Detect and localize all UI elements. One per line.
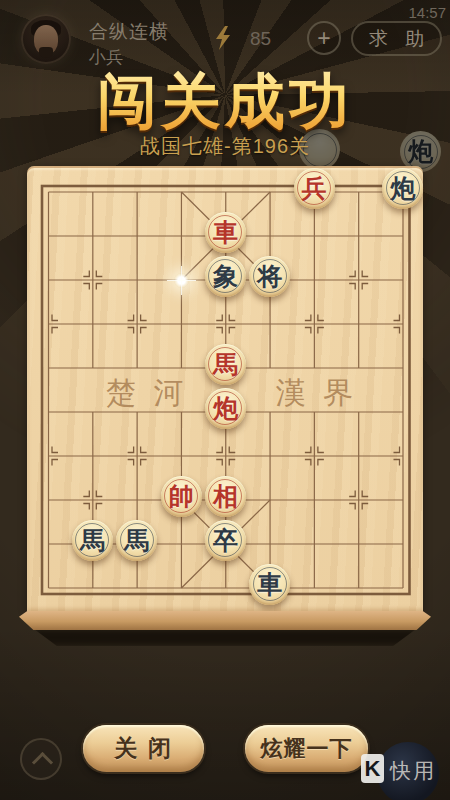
chevron-up-icon: [32, 752, 53, 773]
victory-screen: 14:57 合纵连横 小兵 85 + 求 助 闯关成功 战国七雄-第196关 炮…: [0, 0, 450, 800]
piece-glyph: 炮: [213, 396, 238, 421]
piece-red-r2c5[interactable]: 車: [205, 212, 246, 253]
watermark-label: 快用: [390, 757, 436, 785]
piece-glyph: 車: [213, 220, 238, 245]
piece-glyph: 馬: [213, 352, 238, 377]
piece-black-r1c9[interactable]: 炮: [382, 168, 423, 209]
piece-glyph: 象: [213, 264, 238, 289]
victory-title: 闯关成功: [0, 62, 450, 143]
piece-black-r10c6[interactable]: 車: [249, 564, 290, 605]
lightning-icon: [214, 26, 232, 50]
player-avatar[interactable]: [21, 14, 71, 64]
piece-glyph: 炮: [390, 176, 415, 201]
player-name: 合纵连横: [89, 19, 169, 45]
piece-black-r9c3[interactable]: 馬: [116, 520, 157, 561]
piece-red-r8c5[interactable]: 相: [205, 476, 246, 517]
piece-glyph: 将: [257, 264, 282, 289]
watermark-logo: K: [361, 754, 384, 783]
move-sparkle: [174, 273, 189, 288]
piece-black-r9c5[interactable]: 卒: [205, 520, 246, 561]
piece-red-r8c4[interactable]: 帥: [161, 476, 202, 517]
piece-black-r3c6[interactable]: 将: [249, 256, 290, 297]
piece-glyph: 馬: [124, 528, 149, 553]
piece-red-r6c5[interactable]: 炮: [205, 388, 246, 429]
level-subtitle: 战国七雄-第196关: [0, 133, 450, 160]
piece-layer: 兵炮車象将馬炮帥相馬馬卒車: [26, 170, 425, 610]
close-button[interactable]: 关 闭: [83, 725, 204, 772]
help-button[interactable]: 求 助: [351, 21, 442, 56]
piece-glyph: 卒: [213, 528, 238, 553]
piece-glyph: 車: [257, 572, 282, 597]
avatar-beard: [39, 47, 53, 58]
collapsed-menu-button[interactable]: [20, 738, 62, 780]
piece-glyph: 帥: [169, 484, 194, 509]
board-bevel-edge: [19, 611, 431, 630]
energy-count: 85: [250, 28, 271, 50]
piece-glyph: 馬: [80, 528, 105, 553]
piece-glyph: 兵: [302, 176, 327, 201]
xiangqi-board: 楚 河 漢 界 兵炮車象将馬炮帥相馬馬卒車: [27, 166, 423, 611]
clock-time: 14:57: [408, 4, 446, 21]
brag-button[interactable]: 炫耀一下: [245, 725, 368, 772]
piece-glyph: 相: [213, 484, 238, 509]
piece-red-r5c5[interactable]: 馬: [205, 344, 246, 385]
piece-red-r1c7[interactable]: 兵: [294, 168, 335, 209]
piece-black-r3c5[interactable]: 象: [205, 256, 246, 297]
piece-black-r9c2[interactable]: 馬: [72, 520, 113, 561]
add-energy-button[interactable]: +: [307, 21, 341, 55]
board-shadow: [34, 629, 416, 646]
